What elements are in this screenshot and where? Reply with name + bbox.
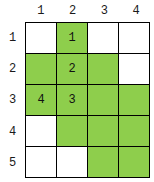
cell-r3c3[interactable] bbox=[88, 85, 118, 115]
cell-r4c1[interactable] bbox=[26, 116, 56, 146]
puzzle-page: 1234 12345 1243 bbox=[0, 0, 154, 182]
col-label-3: 3 bbox=[89, 0, 121, 22]
column-labels: 1234 bbox=[25, 0, 152, 22]
cell-r1c4[interactable] bbox=[119, 23, 149, 53]
col-label-4: 4 bbox=[120, 0, 152, 22]
cell-r5c1[interactable] bbox=[26, 147, 56, 177]
cell-r2c2[interactable]: 2 bbox=[57, 54, 87, 84]
cell-r5c3[interactable] bbox=[88, 147, 118, 177]
row-labels: 12345 bbox=[0, 22, 25, 179]
row-label-2: 2 bbox=[0, 53, 25, 84]
cell-r2c1[interactable] bbox=[26, 54, 56, 84]
col-label-1: 1 bbox=[25, 0, 57, 22]
cell-r2c3[interactable] bbox=[88, 54, 118, 84]
cell-r3c1[interactable]: 4 bbox=[26, 85, 56, 115]
cell-r4c4[interactable] bbox=[119, 116, 149, 146]
cell-r2c4[interactable] bbox=[119, 54, 149, 84]
cell-r5c4[interactable] bbox=[119, 147, 149, 177]
puzzle-board: 1243 bbox=[25, 22, 150, 178]
cell-r1c3[interactable] bbox=[88, 23, 118, 53]
cell-r4c3[interactable] bbox=[88, 116, 118, 146]
row-label-4: 4 bbox=[0, 116, 25, 147]
row-label-3: 3 bbox=[0, 85, 25, 116]
cell-r1c1[interactable] bbox=[26, 23, 56, 53]
cell-r1c2[interactable]: 1 bbox=[57, 23, 87, 53]
row-label-1: 1 bbox=[0, 22, 25, 53]
col-label-2: 2 bbox=[57, 0, 89, 22]
cell-r4c2[interactable] bbox=[57, 116, 87, 146]
cell-r3c2[interactable]: 3 bbox=[57, 85, 87, 115]
row-label-5: 5 bbox=[0, 148, 25, 179]
cell-r3c4[interactable] bbox=[119, 85, 149, 115]
cell-r5c2[interactable] bbox=[57, 147, 87, 177]
